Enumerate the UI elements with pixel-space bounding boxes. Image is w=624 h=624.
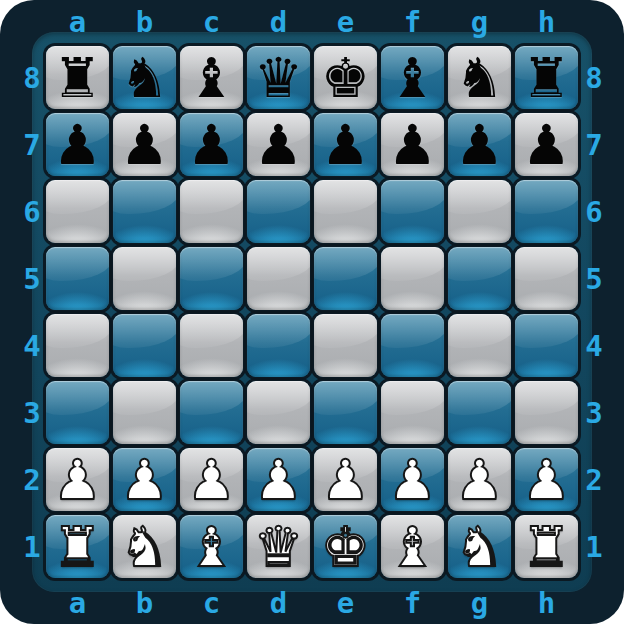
square-e7[interactable]: ♟ (314, 113, 377, 176)
square-f5[interactable] (381, 247, 444, 310)
square-b2[interactable]: ♟ (113, 448, 176, 511)
square-a6[interactable] (46, 180, 109, 243)
square-h4[interactable] (515, 314, 578, 377)
square-g6[interactable] (448, 180, 511, 243)
square-c4[interactable] (180, 314, 243, 377)
square-a7[interactable]: ♟ (46, 113, 109, 176)
square-d3[interactable] (247, 381, 310, 444)
square-a3[interactable] (46, 381, 109, 444)
square-h1[interactable]: ♜ (515, 515, 578, 578)
square-h8[interactable]: ♜ (515, 46, 578, 109)
chess-board: ♜♞♝♛♚♝♞♜♟♟♟♟♟♟♟♟♟♟♟♟♟♟♟♟♜♞♝♛♚♝♞♜ (46, 46, 578, 578)
square-c3[interactable] (180, 381, 243, 444)
square-c6[interactable] (180, 180, 243, 243)
square-a4[interactable] (46, 314, 109, 377)
square-g3[interactable] (448, 381, 511, 444)
piece-black-pawn[interactable]: ♟ (522, 118, 571, 173)
square-f8[interactable]: ♝ (381, 46, 444, 109)
square-f6[interactable] (381, 180, 444, 243)
square-b8[interactable]: ♞ (113, 46, 176, 109)
piece-black-bishop[interactable]: ♝ (388, 51, 437, 106)
square-d2[interactable]: ♟ (247, 448, 310, 511)
square-f7[interactable]: ♟ (381, 113, 444, 176)
piece-white-pawn[interactable]: ♟ (522, 453, 571, 508)
square-b4[interactable] (113, 314, 176, 377)
piece-black-knight[interactable]: ♞ (120, 51, 169, 106)
square-h5[interactable] (515, 247, 578, 310)
piece-black-king[interactable]: ♚ (321, 51, 370, 106)
square-c8[interactable]: ♝ (180, 46, 243, 109)
square-g4[interactable] (448, 314, 511, 377)
piece-white-queen[interactable]: ♛ (254, 520, 303, 575)
piece-white-bishop[interactable]: ♝ (388, 520, 437, 575)
square-e8[interactable]: ♚ (314, 46, 377, 109)
piece-black-pawn[interactable]: ♟ (254, 118, 303, 173)
piece-white-pawn[interactable]: ♟ (254, 453, 303, 508)
square-e2[interactable]: ♟ (314, 448, 377, 511)
square-h6[interactable] (515, 180, 578, 243)
square-a1[interactable]: ♜ (46, 515, 109, 578)
square-b5[interactable] (113, 247, 176, 310)
piece-white-knight[interactable]: ♞ (455, 520, 504, 575)
piece-white-pawn[interactable]: ♟ (187, 453, 236, 508)
square-e6[interactable] (314, 180, 377, 243)
square-e3[interactable] (314, 381, 377, 444)
square-b3[interactable] (113, 381, 176, 444)
piece-white-pawn[interactable]: ♟ (120, 453, 169, 508)
square-d4[interactable] (247, 314, 310, 377)
square-a8[interactable]: ♜ (46, 46, 109, 109)
piece-black-pawn[interactable]: ♟ (53, 118, 102, 173)
square-h7[interactable]: ♟ (515, 113, 578, 176)
square-d5[interactable] (247, 247, 310, 310)
piece-black-rook[interactable]: ♜ (53, 51, 102, 106)
piece-white-rook[interactable]: ♜ (522, 520, 571, 575)
piece-white-pawn[interactable]: ♟ (321, 453, 370, 508)
chess-app-window: abcdefgh abcdefgh 87654321 87654321 ♜♞♝♛… (0, 0, 624, 624)
square-h3[interactable] (515, 381, 578, 444)
square-d7[interactable]: ♟ (247, 113, 310, 176)
square-h2[interactable]: ♟ (515, 448, 578, 511)
piece-white-rook[interactable]: ♜ (53, 520, 102, 575)
square-e4[interactable] (314, 314, 377, 377)
square-d1[interactable]: ♛ (247, 515, 310, 578)
square-c7[interactable]: ♟ (180, 113, 243, 176)
piece-black-rook[interactable]: ♜ (522, 51, 571, 106)
square-f2[interactable]: ♟ (381, 448, 444, 511)
square-d8[interactable]: ♛ (247, 46, 310, 109)
piece-black-pawn[interactable]: ♟ (321, 118, 370, 173)
piece-white-bishop[interactable]: ♝ (187, 520, 236, 575)
square-b7[interactable]: ♟ (113, 113, 176, 176)
piece-black-pawn[interactable]: ♟ (455, 118, 504, 173)
square-f4[interactable] (381, 314, 444, 377)
square-e1[interactable]: ♚ (314, 515, 377, 578)
square-d6[interactable] (247, 180, 310, 243)
piece-black-pawn[interactable]: ♟ (187, 118, 236, 173)
square-g5[interactable] (448, 247, 511, 310)
piece-white-pawn[interactable]: ♟ (388, 453, 437, 508)
piece-black-pawn[interactable]: ♟ (388, 118, 437, 173)
piece-white-pawn[interactable]: ♟ (53, 453, 102, 508)
square-f3[interactable] (381, 381, 444, 444)
square-a5[interactable] (46, 247, 109, 310)
piece-white-pawn[interactable]: ♟ (455, 453, 504, 508)
piece-black-pawn[interactable]: ♟ (120, 118, 169, 173)
piece-black-knight[interactable]: ♞ (455, 51, 504, 106)
square-g8[interactable]: ♞ (448, 46, 511, 109)
square-c5[interactable] (180, 247, 243, 310)
square-b6[interactable] (113, 180, 176, 243)
square-f1[interactable]: ♝ (381, 515, 444, 578)
square-g1[interactable]: ♞ (448, 515, 511, 578)
square-e5[interactable] (314, 247, 377, 310)
piece-black-queen[interactable]: ♛ (254, 51, 303, 106)
square-g7[interactable]: ♟ (448, 113, 511, 176)
square-a2[interactable]: ♟ (46, 448, 109, 511)
square-g2[interactable]: ♟ (448, 448, 511, 511)
square-c1[interactable]: ♝ (180, 515, 243, 578)
square-c2[interactable]: ♟ (180, 448, 243, 511)
piece-white-king[interactable]: ♚ (321, 520, 370, 575)
piece-black-bishop[interactable]: ♝ (187, 51, 236, 106)
square-b1[interactable]: ♞ (113, 515, 176, 578)
piece-white-knight[interactable]: ♞ (120, 520, 169, 575)
